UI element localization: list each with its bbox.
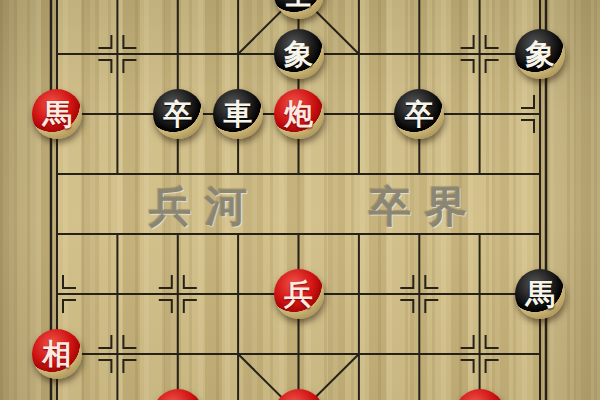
xiangqi-board: 兵河 卒界 士象象馬卒車炮卒兵馬相 — [0, 0, 600, 400]
piece-character: 士 — [284, 0, 313, 9]
piece-black-elephant[interactable]: 象 — [515, 29, 565, 79]
piece-red-elephant[interactable]: 相 — [32, 329, 82, 379]
piece-red-cannon[interactable]: 炮 — [274, 89, 324, 139]
piece-character: 卒 — [405, 100, 434, 129]
piece-character: 相 — [43, 340, 72, 369]
piece-character: 馬 — [526, 280, 555, 309]
piece-character: 馬 — [43, 100, 72, 129]
piece-character: 卒 — [163, 100, 192, 129]
piece-character: 象 — [526, 40, 555, 69]
piece-character: 象 — [284, 40, 313, 69]
piece-red-pawn[interactable]: 兵 — [274, 269, 324, 319]
piece-character: 炮 — [284, 100, 313, 129]
piece-red-horse[interactable]: 馬 — [32, 89, 82, 139]
piece-black-elephant[interactable]: 象 — [274, 29, 324, 79]
piece-black-chariot[interactable]: 車 — [213, 89, 263, 139]
piece-black-horse[interactable]: 馬 — [515, 269, 565, 319]
piece-black-pawn[interactable]: 卒 — [394, 89, 444, 139]
piece-black-pawn[interactable]: 卒 — [153, 89, 203, 139]
piece-character: 車 — [224, 100, 253, 129]
piece-character: 兵 — [284, 280, 313, 309]
